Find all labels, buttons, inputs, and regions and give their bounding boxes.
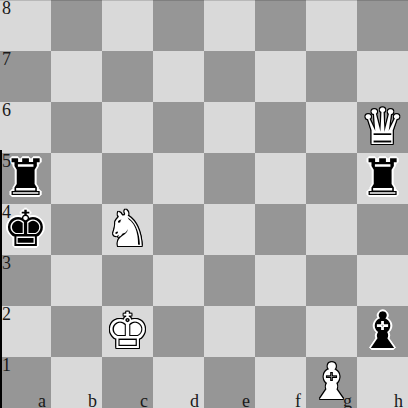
square-h3[interactable] [357,255,408,306]
square-h8[interactable] [357,0,408,51]
square-b5[interactable] [51,153,102,204]
square-c6[interactable] [102,102,153,153]
square-c7[interactable] [102,51,153,102]
rank-label-4: 4 [2,202,11,222]
square-g2[interactable] [306,306,357,357]
square-f2[interactable] [255,306,306,357]
square-f6[interactable] [255,102,306,153]
square-h6[interactable]: ♛ [357,102,408,153]
square-h7[interactable] [357,51,408,102]
square-g3[interactable] [306,255,357,306]
rank-label-7: 7 [2,49,11,69]
square-f1[interactable]: f [255,357,306,408]
file-label-h: h [394,391,403,408]
square-b7[interactable] [51,51,102,102]
square-a3[interactable]: 3 [0,255,51,306]
square-d1[interactable]: d [153,357,204,408]
square-g6[interactable] [306,102,357,153]
square-e6[interactable] [204,102,255,153]
square-g4[interactable] [306,204,357,255]
white-knight[interactable]: ♞ [102,204,153,255]
square-c4[interactable]: ♞ [102,204,153,255]
square-a2[interactable]: 2 [0,306,51,357]
square-a4[interactable]: 4♚ [0,204,51,255]
square-b4[interactable] [51,204,102,255]
square-e8[interactable] [204,0,255,51]
rank-label-2: 2 [2,304,11,324]
square-d4[interactable] [153,204,204,255]
square-b2[interactable] [51,306,102,357]
square-d6[interactable] [153,102,204,153]
square-e7[interactable] [204,51,255,102]
square-d7[interactable] [153,51,204,102]
square-c5[interactable] [102,153,153,204]
square-d3[interactable] [153,255,204,306]
board-left-edge-line [0,150,2,408]
chess-board: 876♛5♜♜4♚♞32♚♝1abcdefg♝h [0,0,408,408]
square-f4[interactable] [255,204,306,255]
square-a5[interactable]: 5♜ [0,153,51,204]
square-g7[interactable] [306,51,357,102]
square-h4[interactable] [357,204,408,255]
black-rook[interactable]: ♜ [357,153,408,204]
square-e1[interactable]: e [204,357,255,408]
board-top-edge-line [0,0,408,1]
square-c2[interactable]: ♚ [102,306,153,357]
square-c3[interactable] [102,255,153,306]
file-label-e: e [242,391,250,408]
file-label-f: f [295,391,301,408]
square-f8[interactable] [255,0,306,51]
rank-label-3: 3 [2,253,11,273]
square-c1[interactable]: c [102,357,153,408]
file-label-d: d [190,391,199,408]
rank-label-5: 5 [2,151,11,171]
square-d8[interactable] [153,0,204,51]
square-c8[interactable] [102,0,153,51]
black-bishop[interactable]: ♝ [357,306,408,357]
square-a1[interactable]: 1a [0,357,51,408]
square-a7[interactable]: 7 [0,51,51,102]
file-label-a: a [38,391,46,408]
white-king[interactable]: ♚ [102,306,153,357]
file-label-g: g [343,391,352,408]
file-label-c: c [140,391,148,408]
square-g1[interactable]: g♝ [306,357,357,408]
square-b1[interactable]: b [51,357,102,408]
file-label-b: b [88,391,97,408]
square-g8[interactable] [306,0,357,51]
square-f3[interactable] [255,255,306,306]
rank-label-6: 6 [2,100,11,120]
square-b8[interactable] [51,0,102,51]
square-e2[interactable] [204,306,255,357]
square-g5[interactable] [306,153,357,204]
square-a8[interactable]: 8 [0,0,51,51]
square-d2[interactable] [153,306,204,357]
square-b6[interactable] [51,102,102,153]
square-f7[interactable] [255,51,306,102]
square-f5[interactable] [255,153,306,204]
square-d5[interactable] [153,153,204,204]
white-queen[interactable]: ♛ [357,102,408,153]
square-h1[interactable]: h [357,357,408,408]
rank-label-1: 1 [2,355,11,375]
square-h2[interactable]: ♝ [357,306,408,357]
square-e5[interactable] [204,153,255,204]
square-b3[interactable] [51,255,102,306]
square-a6[interactable]: 6 [0,102,51,153]
square-e3[interactable] [204,255,255,306]
square-h5[interactable]: ♜ [357,153,408,204]
square-e4[interactable] [204,204,255,255]
rank-label-8: 8 [2,0,11,18]
